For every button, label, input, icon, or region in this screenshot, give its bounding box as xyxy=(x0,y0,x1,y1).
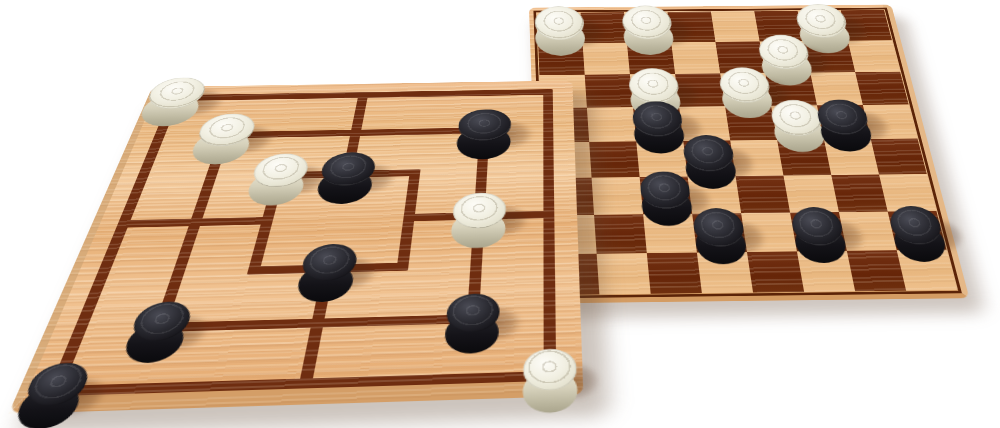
scene xyxy=(0,0,1000,428)
black-piece[interactable] xyxy=(456,114,511,147)
black-piece[interactable] xyxy=(692,213,747,252)
checkers-square[interactable] xyxy=(589,141,639,177)
black-piece[interactable] xyxy=(632,106,685,143)
white-piece[interactable] xyxy=(451,198,507,235)
white-piece[interactable] xyxy=(141,82,208,115)
black-piece[interactable] xyxy=(317,157,377,192)
white-piece[interactable] xyxy=(248,158,310,193)
checkers-square[interactable] xyxy=(831,175,887,213)
black-piece[interactable] xyxy=(682,140,736,178)
black-piece[interactable] xyxy=(815,104,872,141)
black-piece[interactable] xyxy=(790,212,847,251)
checkers-square[interactable] xyxy=(647,253,702,294)
white-piece[interactable] xyxy=(795,9,851,43)
white-piece[interactable] xyxy=(757,39,813,74)
white-piece[interactable] xyxy=(523,355,578,399)
white-piece[interactable] xyxy=(718,72,773,108)
checkers-square[interactable] xyxy=(855,72,908,105)
black-piece[interactable] xyxy=(639,176,693,214)
checkers-square[interactable] xyxy=(711,11,760,42)
white-piece[interactable] xyxy=(534,11,585,46)
checkers-square[interactable] xyxy=(592,177,644,215)
black-piece[interactable] xyxy=(445,299,500,339)
white-piece[interactable] xyxy=(621,10,674,44)
checkers-square[interactable] xyxy=(597,253,651,294)
white-piece[interactable] xyxy=(192,119,258,153)
black-piece[interactable] xyxy=(297,250,358,289)
black-piece[interactable] xyxy=(888,211,947,250)
checkers-square[interactable] xyxy=(594,214,647,253)
morris-board xyxy=(55,92,550,391)
